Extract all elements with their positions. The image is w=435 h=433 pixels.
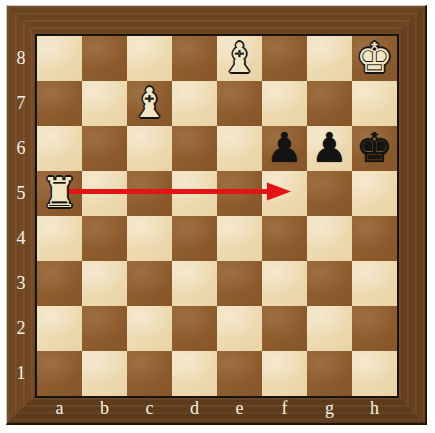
- square-a5[interactable]: ♜: [37, 171, 82, 216]
- square-c3[interactable]: [127, 261, 172, 306]
- file-labels: abcdefgh: [37, 396, 397, 423]
- square-b8[interactable]: [82, 36, 127, 81]
- square-e4[interactable]: [217, 216, 262, 261]
- square-d7[interactable]: [172, 81, 217, 126]
- black-king-h6[interactable]: ♚: [352, 126, 397, 171]
- rank-labels: 87654321: [7, 36, 35, 396]
- square-b5[interactable]: [82, 171, 127, 216]
- square-f4[interactable]: [262, 216, 307, 261]
- chess-diagram: 87654321 abcdefgh ♝♚♝♟♟♚♜: [0, 0, 435, 433]
- square-f8[interactable]: [262, 36, 307, 81]
- file-label-b: b: [82, 396, 127, 423]
- square-g3[interactable]: [307, 261, 352, 306]
- square-b6[interactable]: [82, 126, 127, 171]
- rank-label-8: 8: [7, 36, 35, 81]
- square-a4[interactable]: [37, 216, 82, 261]
- square-e2[interactable]: [217, 306, 262, 351]
- square-e5[interactable]: [217, 171, 262, 216]
- square-h2[interactable]: [352, 306, 397, 351]
- square-a1[interactable]: [37, 351, 82, 396]
- square-a2[interactable]: [37, 306, 82, 351]
- square-h8[interactable]: ♚: [352, 36, 397, 81]
- square-f3[interactable]: [262, 261, 307, 306]
- square-f2[interactable]: [262, 306, 307, 351]
- rank-label-1: 1: [7, 351, 35, 396]
- square-b3[interactable]: [82, 261, 127, 306]
- square-g1[interactable]: [307, 351, 352, 396]
- board-grid: ♝♚♝♟♟♚♜: [37, 36, 397, 396]
- square-h5[interactable]: [352, 171, 397, 216]
- square-e3[interactable]: [217, 261, 262, 306]
- file-label-c: c: [127, 396, 172, 423]
- black-pawn-g6[interactable]: ♟: [307, 126, 352, 171]
- rank-label-2: 2: [7, 306, 35, 351]
- black-pawn-f6[interactable]: ♟: [262, 126, 307, 171]
- square-g7[interactable]: [307, 81, 352, 126]
- square-g2[interactable]: [307, 306, 352, 351]
- file-label-h: h: [352, 396, 397, 423]
- file-label-f: f: [262, 396, 307, 423]
- square-b1[interactable]: [82, 351, 127, 396]
- square-f5[interactable]: [262, 171, 307, 216]
- square-e7[interactable]: [217, 81, 262, 126]
- file-label-d: d: [172, 396, 217, 423]
- square-h6[interactable]: ♚: [352, 126, 397, 171]
- square-c1[interactable]: [127, 351, 172, 396]
- rank-label-5: 5: [7, 171, 35, 216]
- square-d4[interactable]: [172, 216, 217, 261]
- square-c6[interactable]: [127, 126, 172, 171]
- square-h4[interactable]: [352, 216, 397, 261]
- square-f1[interactable]: [262, 351, 307, 396]
- square-g5[interactable]: [307, 171, 352, 216]
- square-g6[interactable]: ♟: [307, 126, 352, 171]
- square-a3[interactable]: [37, 261, 82, 306]
- rank-label-3: 3: [7, 261, 35, 306]
- square-b7[interactable]: [82, 81, 127, 126]
- square-a6[interactable]: [37, 126, 82, 171]
- rank-label-6: 6: [7, 126, 35, 171]
- square-d5[interactable]: [172, 171, 217, 216]
- white-bishop-c7[interactable]: ♝: [127, 81, 172, 126]
- square-h3[interactable]: [352, 261, 397, 306]
- square-a8[interactable]: [37, 36, 82, 81]
- square-d2[interactable]: [172, 306, 217, 351]
- square-c7[interactable]: ♝: [127, 81, 172, 126]
- square-c4[interactable]: [127, 216, 172, 261]
- square-g8[interactable]: [307, 36, 352, 81]
- square-a7[interactable]: [37, 81, 82, 126]
- square-b2[interactable]: [82, 306, 127, 351]
- square-h7[interactable]: [352, 81, 397, 126]
- square-d3[interactable]: [172, 261, 217, 306]
- rank-label-4: 4: [7, 216, 35, 261]
- file-label-a: a: [37, 396, 82, 423]
- square-d6[interactable]: [172, 126, 217, 171]
- square-d1[interactable]: [172, 351, 217, 396]
- file-label-e: e: [217, 396, 262, 423]
- square-g4[interactable]: [307, 216, 352, 261]
- square-e6[interactable]: [217, 126, 262, 171]
- square-h1[interactable]: [352, 351, 397, 396]
- chess-board: ♝♚♝♟♟♚♜: [35, 34, 399, 398]
- rank-label-7: 7: [7, 81, 35, 126]
- file-label-g: g: [307, 396, 352, 423]
- square-c5[interactable]: [127, 171, 172, 216]
- square-c2[interactable]: [127, 306, 172, 351]
- square-e1[interactable]: [217, 351, 262, 396]
- board-frame: 87654321 abcdefgh ♝♚♝♟♟♚♜: [6, 5, 427, 425]
- square-e8[interactable]: ♝: [217, 36, 262, 81]
- square-f7[interactable]: [262, 81, 307, 126]
- white-bishop-e8[interactable]: ♝: [217, 36, 262, 81]
- square-f6[interactable]: ♟: [262, 126, 307, 171]
- square-c8[interactable]: [127, 36, 172, 81]
- square-d8[interactable]: [172, 36, 217, 81]
- square-b4[interactable]: [82, 216, 127, 261]
- white-rook-a5[interactable]: ♜: [37, 171, 82, 216]
- white-king-h8[interactable]: ♚: [352, 36, 397, 81]
